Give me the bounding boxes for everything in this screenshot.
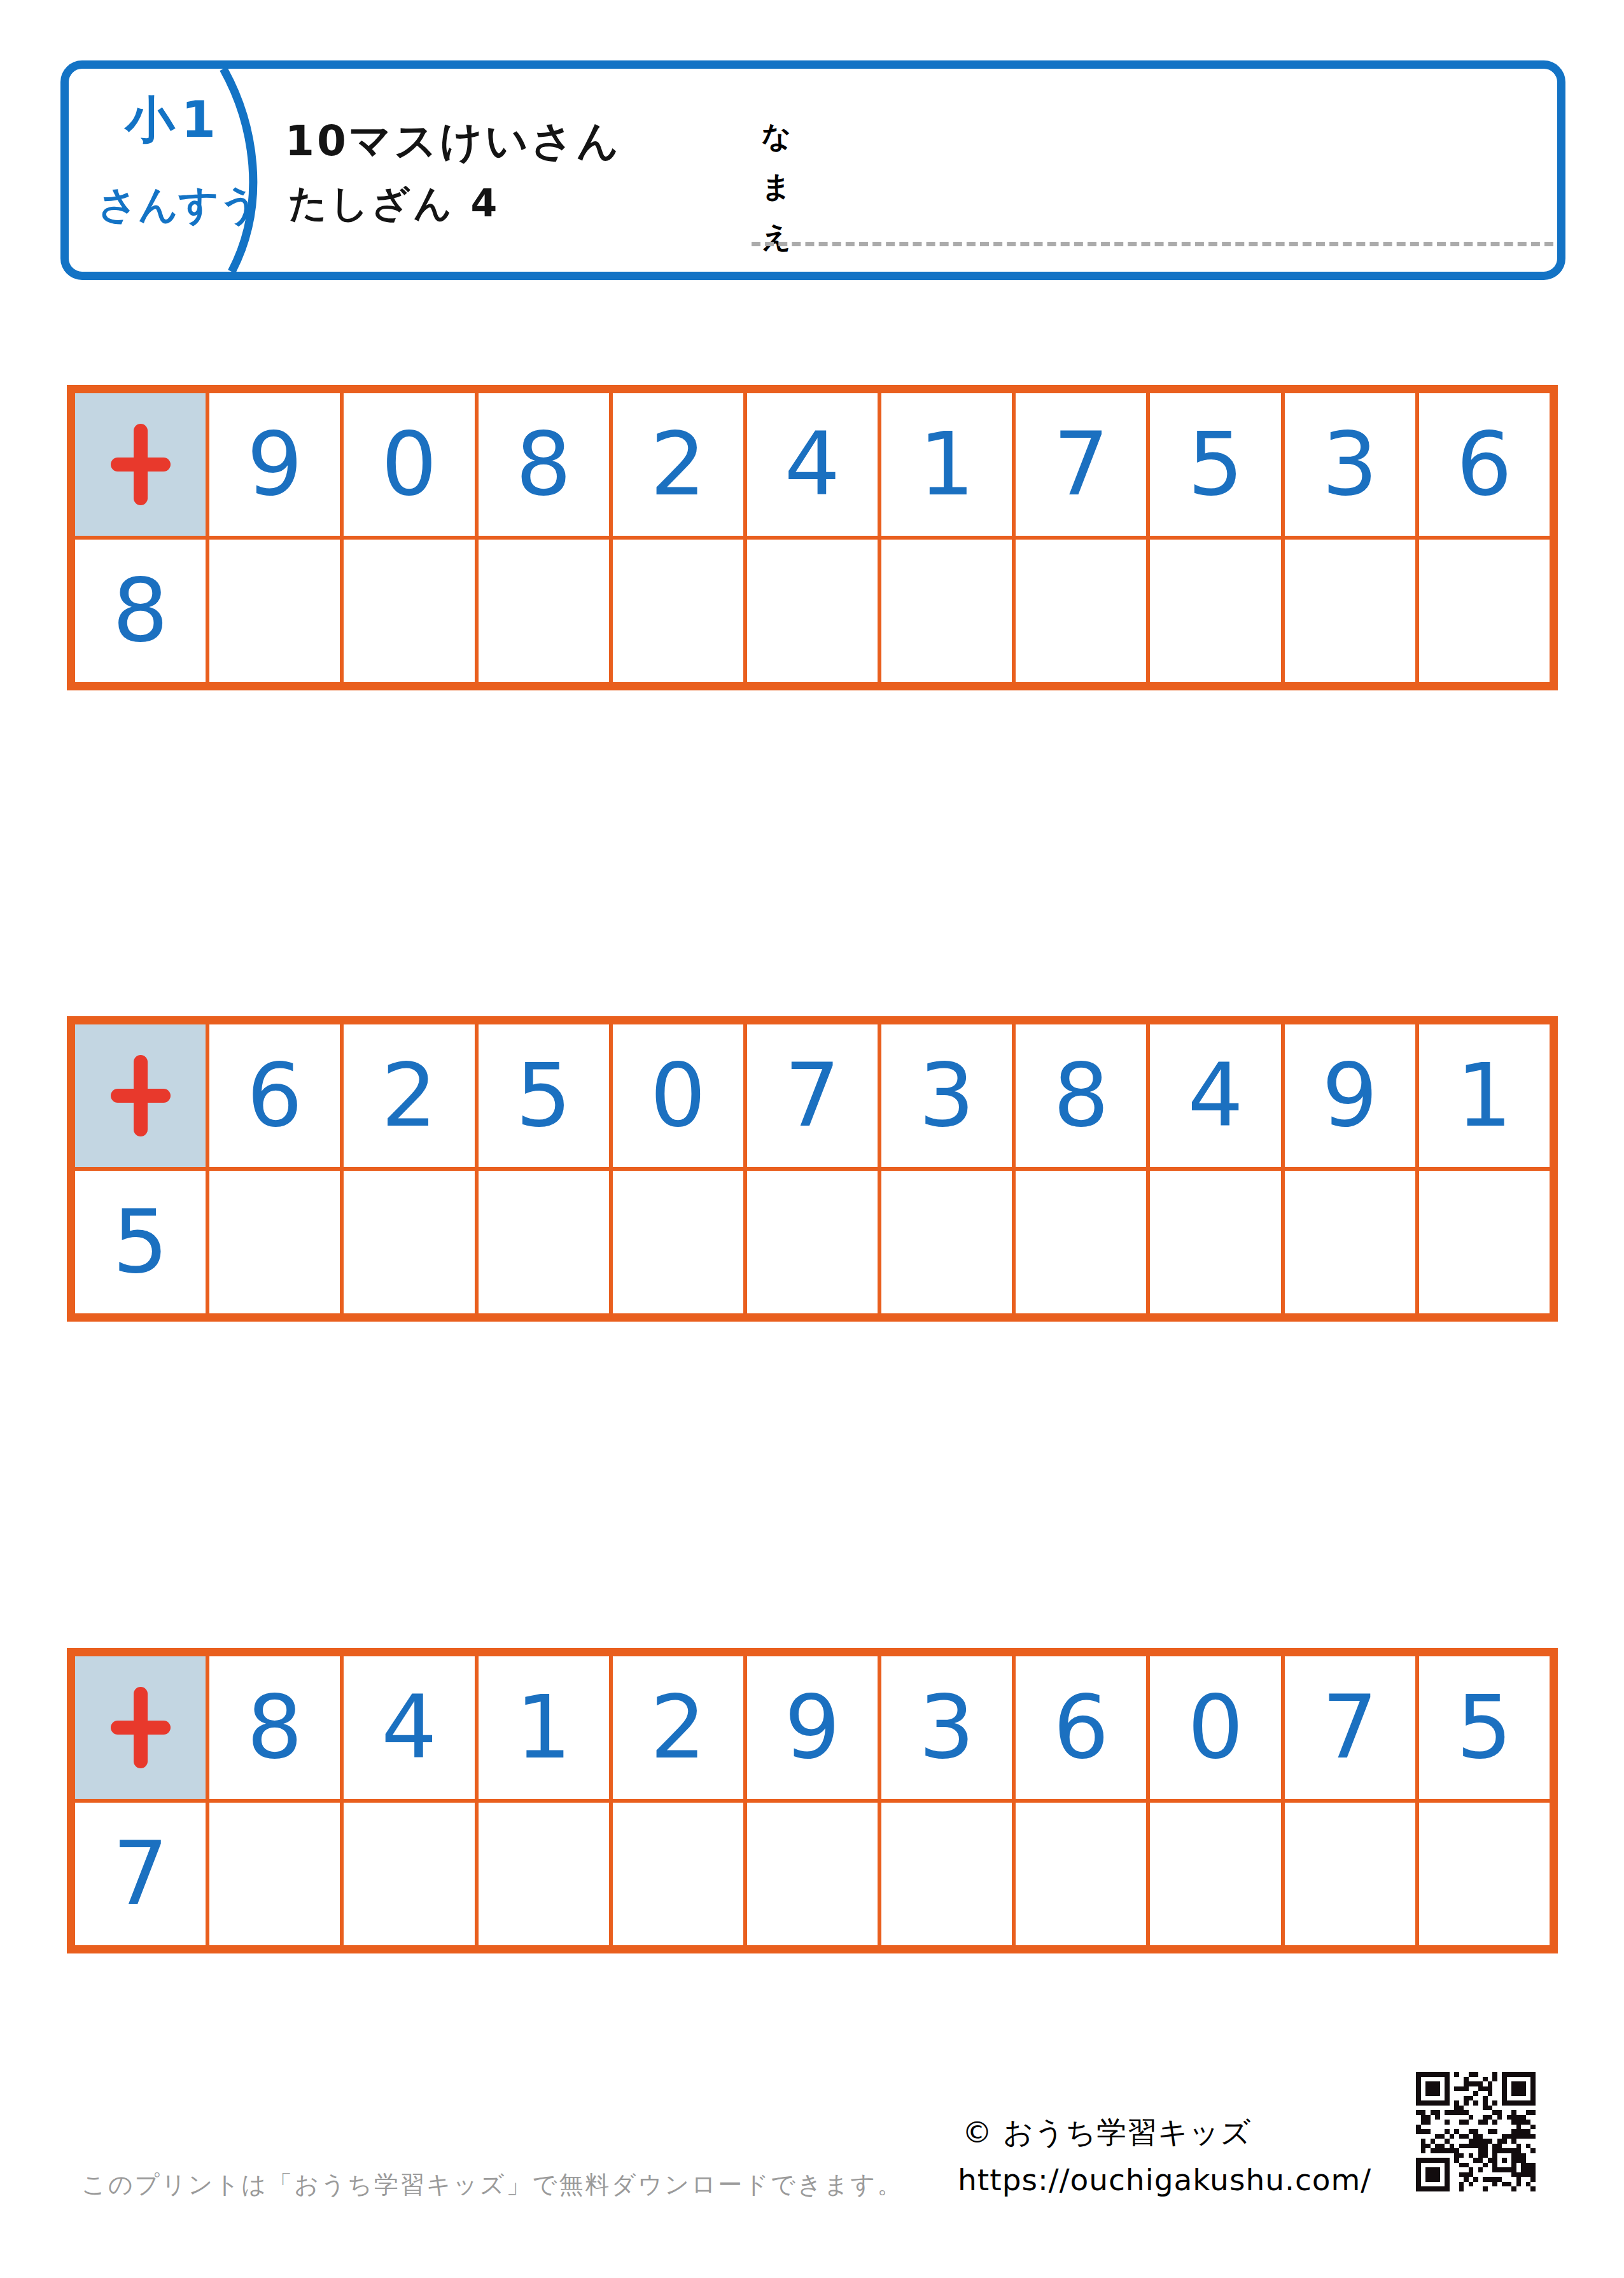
top-addend-cell: 2 [613,393,743,536]
answer-cell[interactable] [209,1803,340,1945]
top-addend-cell: 4 [747,393,878,536]
subject-badge: さんすう [69,183,288,227]
answer-cell[interactable] [1016,540,1146,682]
download-note: このプリントは「おうち学習キッズ」で無料ダウンロードできます。 [81,2169,903,2201]
worksheet-page: 小1 さんすう 10マスけいさん たしざん 4 なまえ 90824175368 … [0,0,1624,2278]
answer-cell[interactable] [479,540,609,682]
answer-cell[interactable] [613,1171,743,1313]
copyright-text: © おうち学習キッズ [962,2113,1252,2153]
answer-cell[interactable] [1419,540,1550,682]
page-title: 10マスけいさん [285,118,622,165]
header-box: 小1 さんすう 10マスけいさん たしざん 4 なまえ [60,60,1565,280]
top-addend-cell: 7 [1285,1656,1415,1799]
answer-cell[interactable] [344,1171,474,1313]
answer-cell[interactable] [344,540,474,682]
top-addend-cell: 1 [1419,1024,1550,1167]
answer-cell[interactable] [613,1803,743,1945]
top-addend-cell: 1 [881,393,1012,536]
top-addend-cell: 9 [1285,1024,1415,1167]
answer-cell[interactable] [747,1171,878,1313]
plus-operator-cell [75,1024,206,1167]
grade-badge: 小1 [69,93,279,148]
left-addend-cell: 5 [75,1171,206,1313]
page-subtitle: たしざん 4 [288,182,500,224]
top-addend-cell: 4 [344,1656,474,1799]
answer-cell[interactable] [1150,540,1280,682]
top-addend-cell: 7 [1016,393,1146,536]
qr-code-icon [1416,2072,1536,2191]
top-addend-cell: 3 [881,1024,1012,1167]
answer-cell[interactable] [747,540,878,682]
top-addend-cell: 2 [613,1656,743,1799]
answer-cell[interactable] [881,1171,1012,1313]
plus-operator-cell [75,1656,206,1799]
calculation-grid-1: 90824175368 [67,385,1558,690]
answer-cell[interactable] [1016,1171,1146,1313]
top-addend-cell: 8 [479,393,609,536]
top-addend-cell: 9 [209,393,340,536]
answer-cell[interactable] [209,540,340,682]
top-addend-cell: 6 [209,1024,340,1167]
answer-cell[interactable] [1016,1803,1146,1945]
top-addend-cell: 7 [747,1024,878,1167]
name-label: なまえ [762,102,792,251]
answer-cell[interactable] [747,1803,878,1945]
left-addend-cell: 7 [75,1803,206,1945]
answer-cell[interactable] [1285,1171,1415,1313]
plus-icon [111,1089,171,1103]
top-addend-cell: 1 [479,1656,609,1799]
name-entry-line[interactable] [752,242,1553,246]
answer-cell[interactable] [209,1171,340,1313]
plus-operator-cell [75,393,206,536]
answer-cell[interactable] [479,1803,609,1945]
answer-cell[interactable] [881,540,1012,682]
top-addend-cell: 3 [881,1656,1012,1799]
top-addend-cell: 8 [209,1656,340,1799]
top-addend-cell: 4 [1150,1024,1280,1167]
answer-cell[interactable] [479,1171,609,1313]
top-addend-cell: 5 [1419,1656,1550,1799]
plus-icon [111,1721,171,1735]
top-addend-cell: 2 [344,1024,474,1167]
calculation-grid-2: 62507384915 [67,1016,1558,1322]
answer-cell[interactable] [344,1803,474,1945]
answer-cell[interactable] [1150,1171,1280,1313]
top-addend-cell: 0 [344,393,474,536]
site-url: https://ouchigakushu.com/ [958,2162,1371,2197]
calculation-grid-3: 84129360757 [67,1648,1558,1953]
top-addend-cell: 6 [1419,393,1550,536]
top-addend-cell: 3 [1285,393,1415,536]
answer-cell[interactable] [1150,1803,1280,1945]
top-addend-cell: 6 [1016,1656,1146,1799]
top-addend-cell: 5 [479,1024,609,1167]
left-addend-cell: 8 [75,540,206,682]
answer-cell[interactable] [1285,540,1415,682]
answer-cell[interactable] [1419,1171,1550,1313]
top-addend-cell: 0 [1150,1656,1280,1799]
plus-icon [111,458,171,472]
answer-cell[interactable] [881,1803,1012,1945]
top-addend-cell: 9 [747,1656,878,1799]
answer-cell[interactable] [613,540,743,682]
top-addend-cell: 8 [1016,1024,1146,1167]
top-addend-cell: 5 [1150,393,1280,536]
answer-cell[interactable] [1285,1803,1415,1945]
top-addend-cell: 0 [613,1024,743,1167]
answer-cell[interactable] [1419,1803,1550,1945]
